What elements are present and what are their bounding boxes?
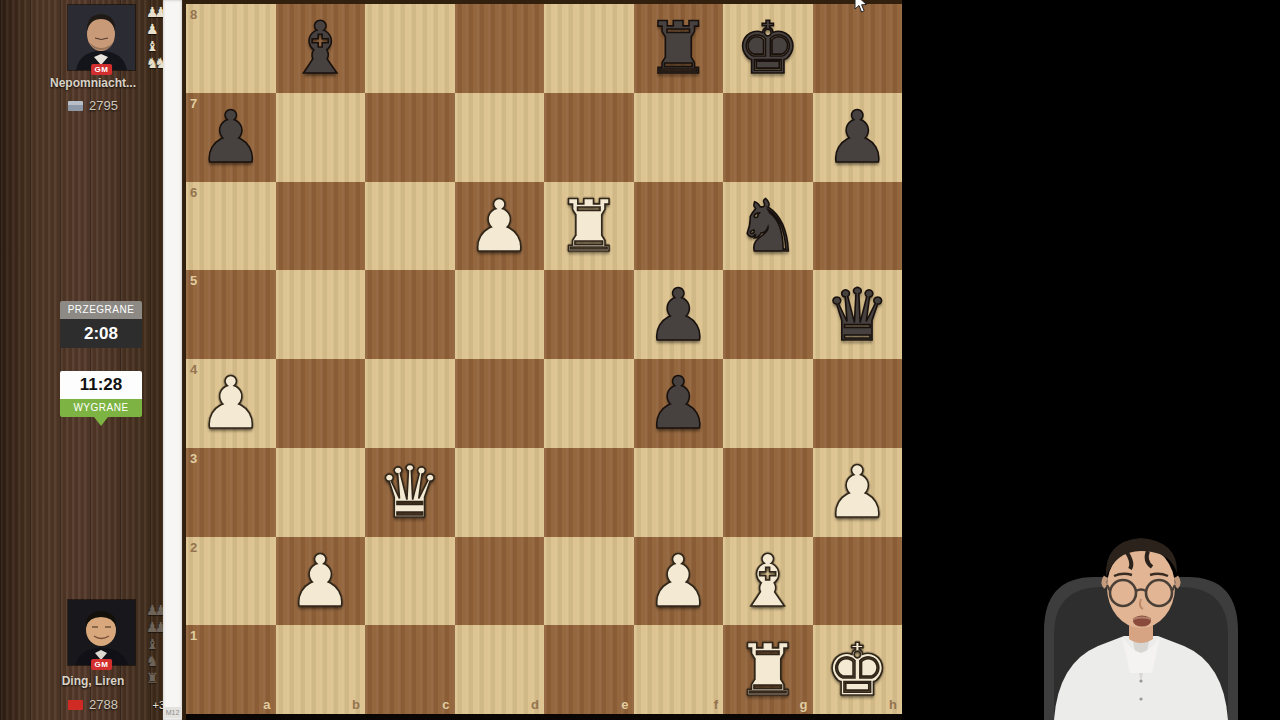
piece-white-queen[interactable]: ♛ — [365, 448, 455, 537]
square-b2[interactable]: ♟ — [276, 537, 366, 626]
piece-white-rook[interactable]: ♜ — [544, 182, 634, 271]
square-g5[interactable] — [723, 270, 813, 359]
piece-black-bishop[interactable]: ♝ — [276, 4, 366, 93]
square-a6[interactable]: 6 — [186, 182, 276, 271]
square-h7[interactable]: ♟ — [813, 93, 903, 182]
square-e1[interactable]: e — [544, 625, 634, 714]
square-h3[interactable]: ♟ — [813, 448, 903, 537]
square-a3[interactable]: 3 — [186, 448, 276, 537]
square-h6[interactable] — [813, 182, 903, 271]
piece-black-pawn[interactable]: ♟ — [186, 93, 276, 182]
flag-icon-bottom — [68, 700, 83, 710]
square-h8[interactable] — [813, 4, 903, 93]
broadcast-screen: GM Nepomniacht... 2795 ♟♟♟♝♞♞ PRZEGRANE … — [0, 0, 1280, 720]
square-d2[interactable] — [455, 537, 545, 626]
piece-white-pawn[interactable]: ♟ — [455, 182, 545, 271]
square-e3[interactable] — [544, 448, 634, 537]
square-h1[interactable]: h♚ — [813, 625, 903, 714]
piece-black-queen[interactable]: ♛ — [813, 270, 903, 359]
square-g6[interactable]: ♞ — [723, 182, 813, 271]
piece-white-rook[interactable]: ♜ — [723, 625, 813, 714]
turn-arrow-icon — [94, 417, 108, 426]
piece-white-pawn[interactable]: ♟ — [813, 448, 903, 537]
piece-white-king[interactable]: ♚ — [813, 625, 903, 714]
square-g8[interactable]: ♚ — [723, 4, 813, 93]
square-g3[interactable] — [723, 448, 813, 537]
file-label-b: b — [352, 697, 360, 712]
square-d8[interactable] — [455, 4, 545, 93]
board-area: 8♝♜♚7♟♟6♟♜♞5♟♛4♟♟3♛♟2♟♟♝1abcdefg♜h♚ — [186, 0, 902, 720]
square-e2[interactable] — [544, 537, 634, 626]
engine-eval-score: +3 — [141, 699, 165, 711]
player-top-rating: 2795 — [89, 98, 118, 113]
clock-top: 2:08 — [60, 319, 142, 348]
rank-label-6: 6 — [190, 185, 197, 200]
nepomniachtchi-photo — [68, 5, 135, 70]
ding-liren-photo — [68, 600, 135, 665]
commentator — [1002, 513, 1280, 720]
rank-label-3: 3 — [190, 451, 197, 466]
file-label-d: d — [531, 697, 539, 712]
square-e4[interactable] — [544, 359, 634, 448]
square-f3[interactable] — [634, 448, 724, 537]
square-d1[interactable]: d — [455, 625, 545, 714]
gm-badge-top: GM — [91, 64, 113, 75]
square-a4[interactable]: 4♟ — [186, 359, 276, 448]
status-badge-won: WYGRANE — [60, 399, 142, 417]
square-c4[interactable] — [365, 359, 455, 448]
square-d5[interactable] — [455, 270, 545, 359]
square-b8[interactable]: ♝ — [276, 4, 366, 93]
square-e7[interactable] — [544, 93, 634, 182]
file-label-c: c — [442, 697, 449, 712]
square-b3[interactable] — [276, 448, 366, 537]
square-e5[interactable] — [544, 270, 634, 359]
piece-white-pawn[interactable]: ♟ — [186, 359, 276, 448]
square-h2[interactable] — [813, 537, 903, 626]
square-a8[interactable]: 8 — [186, 4, 276, 93]
square-g2[interactable]: ♝ — [723, 537, 813, 626]
square-c8[interactable] — [365, 4, 455, 93]
piece-black-pawn[interactable]: ♟ — [634, 270, 724, 359]
square-g7[interactable] — [723, 93, 813, 182]
piece-black-king[interactable]: ♚ — [723, 4, 813, 93]
piece-black-pawn[interactable]: ♟ — [813, 93, 903, 182]
square-d6[interactable]: ♟ — [455, 182, 545, 271]
eval-bar-label: M12 — [163, 707, 182, 718]
square-c5[interactable] — [365, 270, 455, 359]
player-bottom-rating: 2788 — [89, 697, 118, 712]
piece-black-pawn[interactable]: ♟ — [634, 359, 724, 448]
piece-black-rook[interactable]: ♜ — [634, 4, 724, 93]
rank-label-8: 8 — [190, 7, 197, 22]
square-f6[interactable] — [634, 182, 724, 271]
square-b6[interactable] — [276, 182, 366, 271]
square-a5[interactable]: 5 — [186, 270, 276, 359]
player-top-name: Nepomniacht... — [0, 76, 186, 90]
square-b7[interactable] — [276, 93, 366, 182]
eval-bar: M12 — [163, 0, 182, 720]
piece-white-pawn[interactable]: ♟ — [276, 537, 366, 626]
player-top-rating-row: 2795 — [0, 98, 186, 113]
square-h5[interactable]: ♛ — [813, 270, 903, 359]
status-badge-lost: PRZEGRANE — [60, 301, 142, 319]
square-f5[interactable]: ♟ — [634, 270, 724, 359]
board-bottom-edge — [186, 714, 902, 720]
square-h4[interactable] — [813, 359, 903, 448]
player-bottom-avatar: GM — [68, 600, 135, 665]
square-d3[interactable] — [455, 448, 545, 537]
piece-white-pawn[interactable]: ♟ — [634, 537, 724, 626]
square-g4[interactable] — [723, 359, 813, 448]
square-b5[interactable] — [276, 270, 366, 359]
square-d7[interactable] — [455, 93, 545, 182]
square-e6[interactable]: ♜ — [544, 182, 634, 271]
square-c7[interactable] — [365, 93, 455, 182]
square-f2[interactable]: ♟ — [634, 537, 724, 626]
mouse-cursor-icon — [852, 0, 868, 14]
rank-label-2: 2 — [190, 540, 197, 555]
square-c3[interactable]: ♛ — [365, 448, 455, 537]
square-c6[interactable] — [365, 182, 455, 271]
square-b4[interactable] — [276, 359, 366, 448]
rank-label-5: 5 — [190, 273, 197, 288]
square-b1[interactable]: b — [276, 625, 366, 714]
square-f7[interactable] — [634, 93, 724, 182]
file-label-e: e — [621, 697, 628, 712]
piece-white-bishop[interactable]: ♝ — [723, 537, 813, 626]
square-a1[interactable]: 1a — [186, 625, 276, 714]
square-e8[interactable] — [544, 4, 634, 93]
left-sidebar: GM Nepomniacht... 2795 ♟♟♟♝♞♞ PRZEGRANE … — [0, 0, 186, 720]
square-g1[interactable]: g♜ — [723, 625, 813, 714]
square-a7[interactable]: 7♟ — [186, 93, 276, 182]
clock-bottom: 11:28 — [60, 371, 142, 399]
square-f4[interactable]: ♟ — [634, 359, 724, 448]
rank-label-1: 1 — [190, 628, 197, 643]
piece-black-knight[interactable]: ♞ — [723, 182, 813, 271]
square-f1[interactable]: f — [634, 625, 724, 714]
square-d4[interactable] — [455, 359, 545, 448]
square-c1[interactable]: c — [365, 625, 455, 714]
square-f8[interactable]: ♜ — [634, 4, 724, 93]
player-top-avatar: GM — [68, 5, 135, 70]
chess-board[interactable]: 8♝♜♚7♟♟6♟♜♞5♟♛4♟♟3♛♟2♟♟♝1abcdefg♜h♚ — [186, 4, 902, 714]
square-a2[interactable]: 2 — [186, 537, 276, 626]
file-label-f: f — [714, 697, 718, 712]
file-label-a: a — [263, 697, 270, 712]
square-c2[interactable] — [365, 537, 455, 626]
webcam-video[interactable] — [1002, 513, 1280, 720]
gm-badge-bottom: GM — [91, 659, 113, 670]
flag-icon-top — [68, 101, 83, 111]
